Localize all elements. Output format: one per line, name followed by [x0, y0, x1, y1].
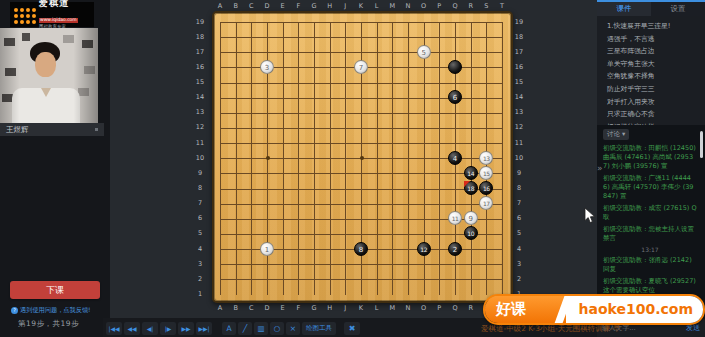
question-icon: ?: [11, 307, 18, 314]
board-coordinate-col: E: [276, 304, 290, 312]
board-coordinate-row: 17: [512, 48, 526, 56]
logo-text: 爱棋道 www.iqidao.com 围棋教育专家: [39, 0, 78, 30]
courseware-line: 空角犹豫不择角: [607, 71, 705, 81]
jump-first-button[interactable]: |◀◀: [106, 322, 122, 335]
board-coordinate-row: 15: [193, 78, 207, 86]
board-coordinate-row: 13: [193, 108, 207, 116]
stone-white-O17: 5: [417, 45, 431, 59]
board-coordinate-row: 7: [512, 199, 526, 207]
tab-settings[interactable]: 设置: [651, 2, 705, 16]
board-coordinate-col: J: [338, 2, 352, 10]
chat-message: 初级交流助教：田麒恺 (12450) 曲禹辰 (47461) 高尚斌 (2953…: [603, 144, 697, 171]
chat-filter-dropdown[interactable]: 讨论 ▾: [603, 129, 629, 140]
board-coordinate-row: 16: [512, 63, 526, 71]
stone-black-Q16: [448, 60, 462, 74]
board-coordinate-row: 5: [193, 229, 207, 237]
board-coordinate-col: F: [291, 2, 305, 10]
right-tabbar: 课件 设置: [597, 0, 705, 16]
mouse-cursor-icon: [584, 207, 596, 228]
board-coordinate-row: 12: [193, 123, 207, 131]
stone-white-D4: 1: [260, 242, 274, 256]
chat-message: 初级交流助教：您被主持人设置禁言: [603, 225, 697, 243]
board-coordinate-row: 1: [193, 290, 207, 298]
board-coordinate-col: J: [338, 304, 352, 312]
board-coordinate-row: 9: [512, 169, 526, 177]
board-coordinate-col: D: [260, 2, 274, 10]
courseware-line: 单关守角主张大: [607, 59, 705, 69]
board-coordinate-row: 2: [512, 275, 526, 283]
tab-courseware[interactable]: 课件: [597, 2, 651, 16]
forward-fast-button[interactable]: ▶▶: [178, 322, 194, 335]
board-coordinate-col: Q: [448, 304, 462, 312]
stone-black-Q10: 4: [448, 151, 462, 165]
star-point: [266, 156, 270, 160]
stone-black-Q4: 2: [448, 242, 462, 256]
board-coordinate-col: L: [370, 304, 384, 312]
cross-mark-tool-button[interactable]: ×: [286, 322, 300, 335]
board-coordinate-col: C: [244, 304, 258, 312]
drawing-tools-label: 绘图工具: [302, 322, 336, 335]
board-coordinate-row: 12: [512, 123, 526, 131]
board-coordinate-col: O: [417, 2, 431, 10]
watermark-domain: haoke100.com: [566, 296, 703, 323]
watermark-brand: 好课100: [485, 296, 566, 323]
board-coordinate-col: G: [307, 304, 321, 312]
board-coordinate-col: B: [229, 304, 243, 312]
board-coordinate-row: 13: [512, 108, 526, 116]
courseware-panel: 1.快速展开早三连星!遇强手，不言逃三星布阵强占边单关守角主张大空角犹豫不择角防…: [597, 16, 705, 125]
name-bar-menu-icon[interactable]: [95, 128, 98, 131]
board-coordinate-col: M: [385, 2, 399, 10]
chat-message: 初级交流助教：张甬远 (2142) 回复: [603, 256, 697, 274]
last-move-marker: [464, 181, 470, 187]
chat-panel: 讨论 ▾ 初级交流助教：田麒恺 (12450) 曲禹辰 (47461) 高尚斌 …: [597, 125, 705, 319]
app-window: 爱棋道 www.iqidao.com 围棋教育专家 王煜辉 下课: [0, 0, 705, 337]
presenter-name-bar: 王煜辉: [0, 123, 104, 136]
chat-message-list: 初级交流助教：田麒恺 (12450) 曲禹辰 (47461) 高尚斌 (2953…: [597, 144, 701, 319]
chat-message: 初级交流助教：夏晓飞 (29527) 这个需要确认空位: [603, 277, 697, 295]
board-coordinate-row: 10: [512, 154, 526, 162]
stone-white-R6: 9: [464, 211, 478, 225]
stone-white-D16: 3: [260, 60, 274, 74]
board-coordinate-col: G: [307, 2, 321, 10]
board-coordinate-row: 18: [193, 33, 207, 41]
board-coordinate-row: 4: [193, 245, 207, 253]
board-coordinate-col: H: [323, 2, 337, 10]
left-sidebar: 爱棋道 www.iqidao.com 围棋教育专家 王煜辉 下课: [0, 0, 110, 337]
board-coordinate-col: S: [479, 2, 493, 10]
board-coordinate-col: K: [354, 304, 368, 312]
stone-black-R8: 18: [464, 181, 478, 195]
board-coordinate-row: 18: [512, 33, 526, 41]
board-coordinate-row: 9: [193, 169, 207, 177]
board-coordinate-row: 11: [193, 139, 207, 147]
stone-white-S9: 15: [479, 166, 493, 180]
board-coordinate-row: 6: [512, 214, 526, 222]
label-tool-button[interactable]: A: [222, 322, 236, 335]
stone-white-Q6: 11: [448, 211, 462, 225]
board-coordinate-col: B: [229, 2, 243, 10]
courseware-line: 只求正确心不贪: [607, 109, 705, 119]
back-fast-button[interactable]: ◀◀: [124, 322, 140, 335]
stone-black-R9: 14: [464, 166, 478, 180]
brand-logo: 爱棋道 www.iqidao.com 围棋教育专家: [10, 2, 94, 27]
courseware-line: 遇强手，不言逃: [607, 34, 705, 44]
board-coordinate-row: 15: [512, 78, 526, 86]
feedback-link[interactable]: ? 遇到使用问题，点我反馈!: [11, 306, 107, 315]
logo-url: www.iqidao.com: [39, 18, 78, 23]
courseware-line: 对手打入用夹攻: [607, 97, 705, 107]
courseware-line: 防止对手守三三: [607, 84, 705, 94]
board-coordinate-col: A: [213, 304, 227, 312]
board-coordinate-row: 10: [193, 154, 207, 162]
board-coordinate-col: E: [276, 2, 290, 10]
board-coordinate-col: D: [260, 304, 274, 312]
board-coordinate-col: H: [323, 304, 337, 312]
board-coordinate-row: 5: [512, 229, 526, 237]
board-coordinate-col: P: [432, 304, 446, 312]
forward-one-button[interactable]: |▶: [160, 322, 176, 335]
star-point: [360, 156, 364, 160]
board-coordinate-row: 6: [193, 214, 207, 222]
stone-white-K16: 7: [354, 60, 368, 74]
board-coordinate-row: 19: [193, 18, 207, 26]
board-coordinate-col: R: [464, 2, 478, 10]
board-coordinate-row: 7: [193, 199, 207, 207]
fullscreen-button[interactable]: ✖: [344, 322, 360, 335]
board-coordinate-col: M: [385, 304, 399, 312]
watermark: 好课100 haoke100.com: [483, 294, 705, 325]
board-coordinate-row: 8: [193, 184, 207, 192]
board-coordinate-row: 14: [193, 93, 207, 101]
board-coordinate-col: R: [464, 304, 478, 312]
board-coordinate-col: C: [244, 2, 258, 10]
stone-black-R5: 10: [464, 226, 478, 240]
stone-black-O4: 12: [417, 242, 431, 256]
stone-white-S10: 13: [479, 151, 493, 165]
end-class-button[interactable]: 下课: [10, 281, 100, 299]
sidebar-collapse-handle[interactable]: »: [597, 163, 603, 173]
courseware-line: 三星布阵强占边: [607, 46, 705, 56]
stone-white-S7: 17: [479, 196, 493, 210]
board-coordinate-col: A: [213, 2, 227, 10]
board-coordinate-col: O: [417, 304, 431, 312]
jump-last-button[interactable]: ▶▶|: [196, 322, 212, 335]
stone-black-Q14: 6: [448, 90, 462, 104]
back-one-button[interactable]: ◀|: [142, 322, 158, 335]
board-coordinate-row: 3: [512, 260, 526, 268]
board-coordinate-row: 17: [193, 48, 207, 56]
board-coordinate-row: 14: [512, 93, 526, 101]
line-tool-button[interactable]: ╱: [238, 322, 252, 335]
presenter-name: 王煜辉: [6, 125, 29, 135]
board-coordinate-row: 19: [512, 18, 526, 26]
board-coordinate-col: N: [401, 304, 415, 312]
stone-black-K4: 8: [354, 242, 368, 256]
stone-black-S8: 16: [479, 181, 493, 195]
circle-mark-tool-button[interactable]: ○: [270, 322, 284, 335]
board-coordinate-col: F: [291, 304, 305, 312]
board-coordinate-col: K: [354, 2, 368, 10]
presenter-video: [0, 28, 98, 123]
chart-tool-button[interactable]: ▥: [254, 322, 268, 335]
board-coordinate-row: 3: [193, 260, 207, 268]
board-coordinate-row: 8: [512, 184, 526, 192]
board-coordinate-col: P: [432, 2, 446, 10]
board-coordinate-row: 4: [512, 245, 526, 253]
chat-message: 初级交流助教：成宏 (27615) Q取: [603, 204, 697, 222]
board-coordinate-col: Q: [448, 2, 462, 10]
courseware-line: 1.快速展开早三连星!: [607, 21, 705, 31]
chat-scrollbar[interactable]: [700, 131, 703, 158]
board-coordinate-row: 11: [512, 139, 526, 147]
feedback-text: 遇到使用问题，点我反馈!: [20, 306, 91, 315]
board-coordinate-col: T: [495, 2, 509, 10]
logo-title: 爱棋道: [39, 0, 78, 8]
board-coordinate-row: 16: [193, 63, 207, 71]
move-counter: 第19步，共19步: [18, 319, 79, 329]
logo-dots-icon: [13, 7, 35, 23]
footer-note: 爱棋道-中级2 K-3小组-天元围棋特训课-早: [481, 324, 705, 334]
chat-timestamp: 13:17: [603, 246, 697, 253]
board-coordinate-col: L: [370, 2, 384, 10]
chat-message: 初级交流助教：广强11 (44446) 高禹轩 (47570) 李伟少 (398…: [603, 174, 697, 201]
board-coordinate-col: N: [401, 2, 415, 10]
board-coordinate-row: 2: [193, 275, 207, 283]
